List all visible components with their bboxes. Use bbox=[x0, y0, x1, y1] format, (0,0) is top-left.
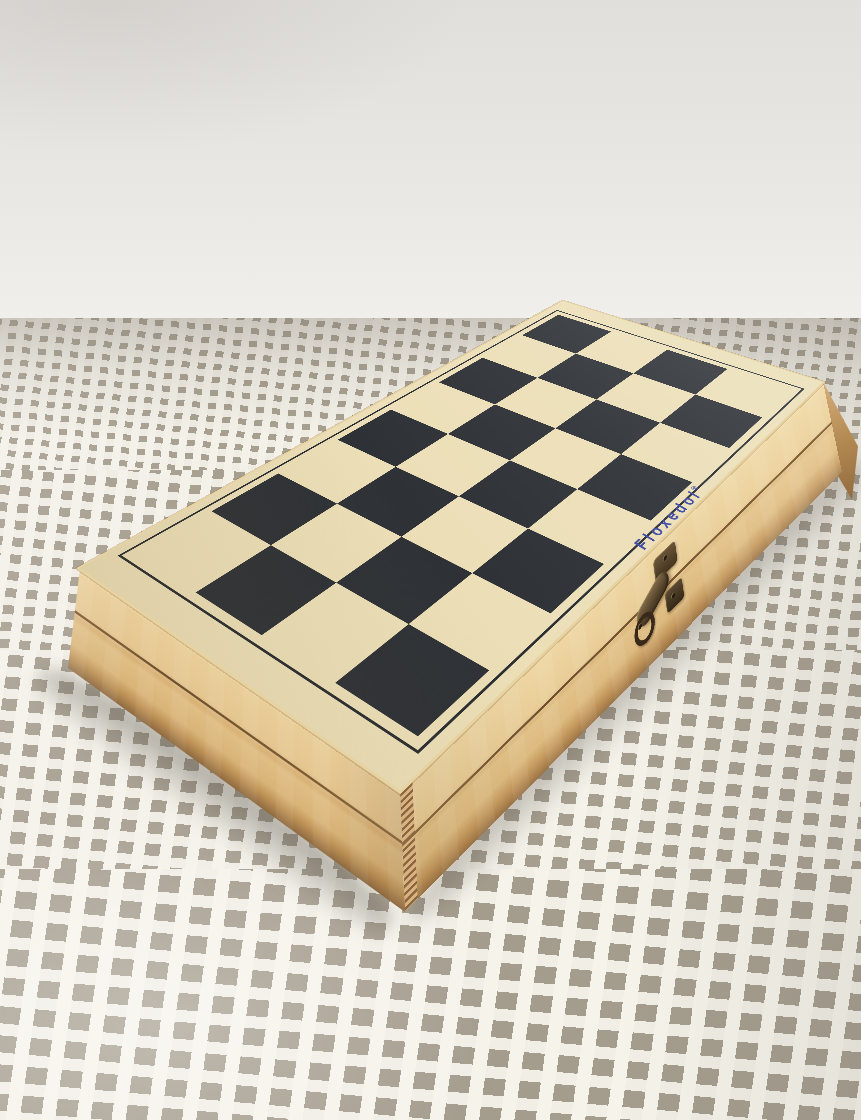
photo-scene: Floxedol® bbox=[0, 0, 861, 1120]
wall bbox=[0, 0, 861, 322]
